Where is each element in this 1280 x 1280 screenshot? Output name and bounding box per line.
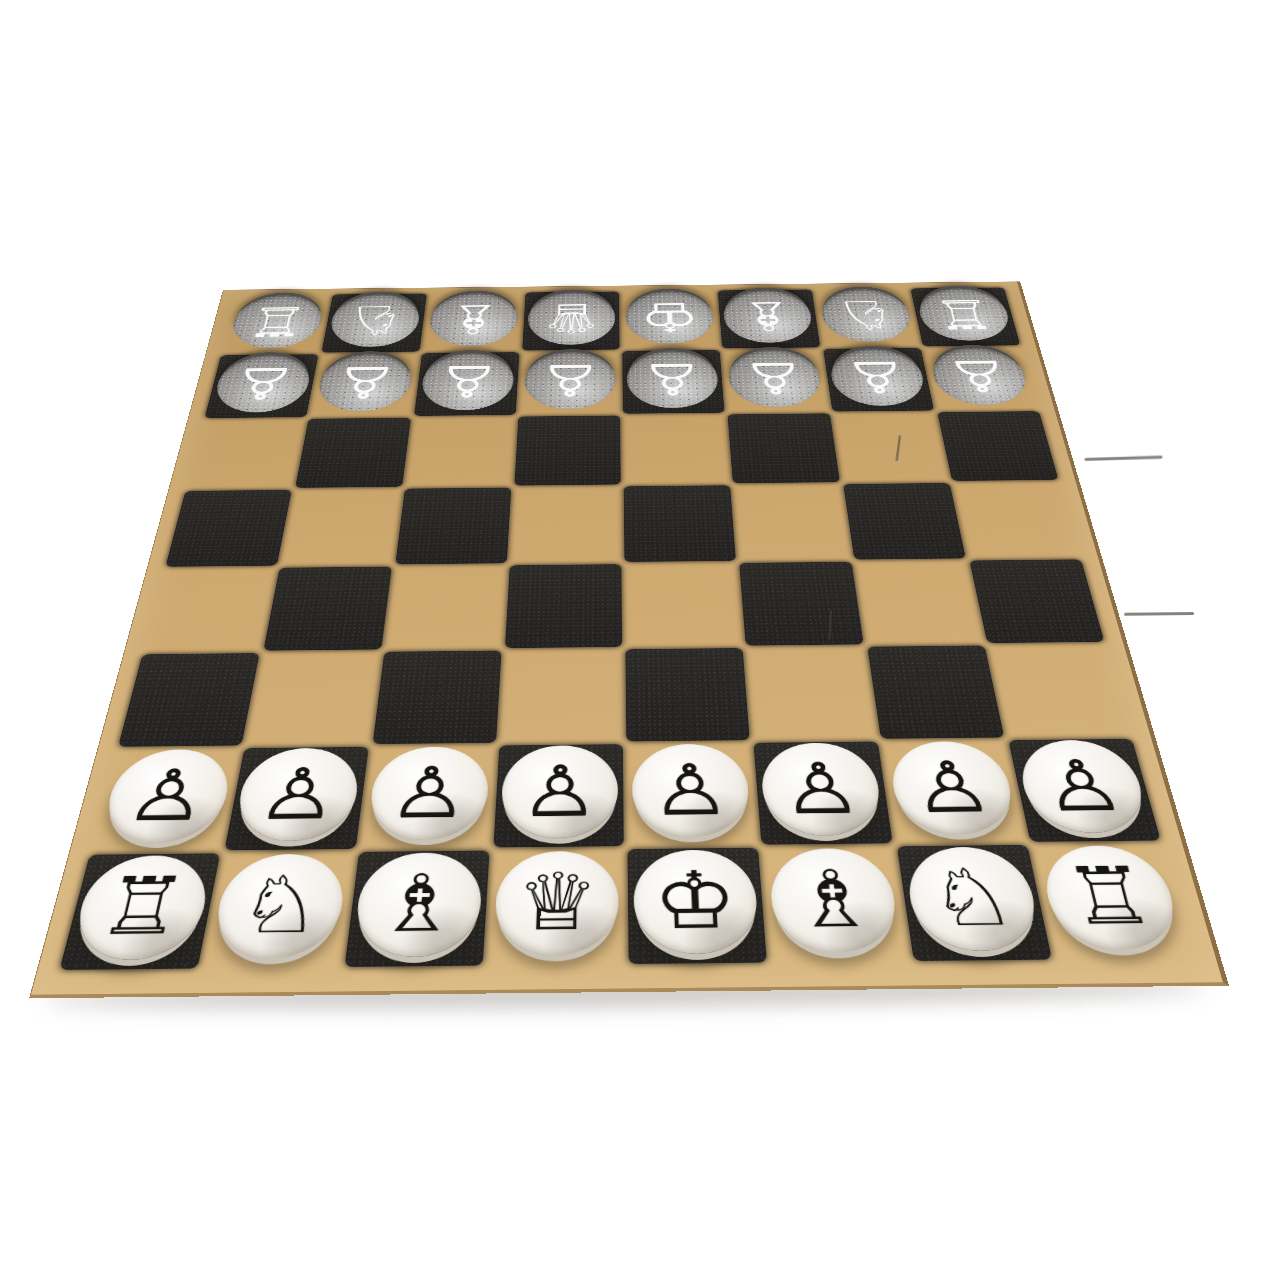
square-g5[interactable] xyxy=(843,483,966,559)
square-e6[interactable] xyxy=(622,414,732,486)
square-g7[interactable]: ♙ xyxy=(823,348,934,412)
square-g2[interactable]: ♙ xyxy=(879,739,1029,845)
square-a2[interactable]: ♙ xyxy=(88,747,243,854)
piece-black-rook-h8[interactable]: ♖ xyxy=(915,288,1015,341)
piece-white-pawn-h2[interactable]: ♙ xyxy=(1014,740,1153,834)
square-e8[interactable]: ♔ xyxy=(620,290,721,350)
pawn-icon: ♙ xyxy=(386,757,471,828)
piece-white-bishop-f1[interactable]: ♗ xyxy=(768,848,902,953)
square-a8[interactable]: ♖ xyxy=(220,294,332,355)
square-c1[interactable]: ♗ xyxy=(344,851,489,967)
square-a3[interactable] xyxy=(118,653,260,746)
piece-white-knight-b1[interactable]: ♘ xyxy=(210,853,349,958)
square-e5[interactable] xyxy=(624,485,736,561)
queen-icon: ♕ xyxy=(541,298,601,338)
square-g6[interactable] xyxy=(831,411,951,483)
pawn-icon: ♙ xyxy=(943,354,1015,398)
square-d2[interactable]: ♙ xyxy=(493,744,624,848)
piece-black-knight-b8[interactable]: ♘ xyxy=(327,294,422,347)
square-f7[interactable]: ♙ xyxy=(721,348,831,414)
piece-white-pawn-a2[interactable]: ♙ xyxy=(98,749,235,843)
king-icon: ♔ xyxy=(640,297,701,337)
square-b5[interactable] xyxy=(278,488,403,567)
square-d4[interactable] xyxy=(505,564,622,648)
photo-scene: ♖♘♗♕♔♗♘♖♙♙♙♙♙♙♙♙♙♙♙♙♙♙♙♙♖♘♗♕♔♗♘♖ xyxy=(0,0,1280,1280)
piece-white-pawn-d2[interactable]: ♙ xyxy=(499,745,618,839)
piece-black-pawn-b7[interactable]: ♙ xyxy=(315,354,415,412)
square-e2[interactable]: ♙ xyxy=(625,741,760,848)
square-d7[interactable]: ♙ xyxy=(517,350,622,416)
square-e3[interactable] xyxy=(625,648,749,741)
piece-black-knight-g8[interactable]: ♘ xyxy=(818,289,914,342)
pawn-icon: ♙ xyxy=(331,360,400,404)
square-c2[interactable]: ♙ xyxy=(357,744,498,851)
piece-black-pawn-f7[interactable]: ♙ xyxy=(727,349,824,407)
piece-black-pawn-g7[interactable]: ♙ xyxy=(827,348,928,406)
piece-black-pawn-e7[interactable]: ♙ xyxy=(627,350,720,408)
square-b1[interactable]: ♘ xyxy=(199,851,356,971)
pawn-icon: ♙ xyxy=(906,752,997,823)
piece-black-pawn-h7[interactable]: ♙ xyxy=(928,347,1033,405)
square-a6[interactable] xyxy=(184,418,307,490)
piece-white-pawn-e2[interactable]: ♙ xyxy=(632,744,752,838)
knight-icon: ♘ xyxy=(833,295,899,335)
square-d8[interactable]: ♕ xyxy=(522,292,619,351)
piece-white-knight-g1[interactable]: ♘ xyxy=(902,846,1043,951)
square-b2[interactable]: ♙ xyxy=(225,747,369,851)
knight-icon: ♘ xyxy=(923,858,1020,937)
square-f5[interactable] xyxy=(732,483,853,562)
scratch-mark xyxy=(1084,456,1162,461)
piece-black-pawn-a7[interactable]: ♙ xyxy=(210,355,314,413)
pawn-icon: ♙ xyxy=(120,760,215,831)
piece-white-rook-a1[interactable]: ♖ xyxy=(68,855,214,960)
piece-white-pawn-g2[interactable]: ♙ xyxy=(886,741,1019,835)
page-background: { "game": "chess", "scene_description": … xyxy=(0,0,1280,1280)
square-e4[interactable] xyxy=(623,562,744,649)
square-a1[interactable]: ♖ xyxy=(59,854,220,970)
square-h4[interactable] xyxy=(969,559,1104,643)
square-g8[interactable]: ♘ xyxy=(813,288,922,348)
piece-black-pawn-c7[interactable]: ♙ xyxy=(419,353,515,411)
king-icon: ♔ xyxy=(653,861,740,941)
rook-icon: ♖ xyxy=(243,301,311,341)
square-e7[interactable]: ♙ xyxy=(622,350,724,414)
square-c7[interactable]: ♙ xyxy=(414,352,519,416)
pawn-icon: ♙ xyxy=(538,358,601,402)
piece-black-bishop-f8[interactable]: ♗ xyxy=(722,290,815,343)
square-f2[interactable]: ♙ xyxy=(754,741,893,845)
square-c3[interactable] xyxy=(372,651,501,744)
piece-black-pawn-d7[interactable]: ♙ xyxy=(523,352,615,410)
square-f6[interactable] xyxy=(728,413,840,483)
piece-white-queen-d1[interactable]: ♕ xyxy=(493,850,619,955)
bishop-icon: ♗ xyxy=(788,860,880,939)
square-h2[interactable]: ♙ xyxy=(1008,739,1161,842)
square-g1[interactable]: ♘ xyxy=(896,845,1051,961)
square-c5[interactable] xyxy=(395,488,511,565)
square-d6[interactable] xyxy=(514,416,620,486)
pawn-icon: ♙ xyxy=(253,759,343,830)
square-h8[interactable]: ♖ xyxy=(910,288,1020,347)
square-h1[interactable]: ♖ xyxy=(1029,842,1197,961)
square-a4[interactable] xyxy=(141,566,278,653)
square-d5[interactable] xyxy=(508,485,623,564)
chess-board: ♖♘♗♕♔♗♘♖♙♙♙♙♙♙♙♙♙♙♙♙♙♙♙♙♖♘♗♕♔♗♘♖ xyxy=(29,281,1229,998)
pawn-icon: ♙ xyxy=(778,753,865,824)
pawn-icon: ♙ xyxy=(641,357,705,401)
piece-black-king-e8[interactable]: ♔ xyxy=(626,291,715,344)
rook-icon: ♖ xyxy=(91,867,192,947)
square-b3[interactable] xyxy=(243,651,382,747)
bishop-icon: ♗ xyxy=(442,299,505,339)
square-g3[interactable] xyxy=(867,646,1004,739)
pawn-icon: ♙ xyxy=(519,756,599,827)
pawn-icon: ♙ xyxy=(434,359,500,403)
square-d3[interactable] xyxy=(497,648,624,744)
knight-icon: ♘ xyxy=(342,300,408,340)
piece-white-pawn-b2[interactable]: ♙ xyxy=(232,748,363,842)
pawn-icon: ♙ xyxy=(742,356,809,400)
square-f4[interactable] xyxy=(739,562,863,646)
pawn-icon: ♙ xyxy=(227,362,299,406)
square-e1[interactable]: ♔ xyxy=(628,848,768,964)
square-a7[interactable]: ♙ xyxy=(205,354,319,418)
bishop-icon: ♗ xyxy=(736,296,800,336)
piece-white-pawn-c2[interactable]: ♙ xyxy=(366,746,490,840)
piece-black-bishop-c8[interactable]: ♗ xyxy=(427,293,519,346)
square-h6[interactable] xyxy=(937,411,1058,481)
square-f8[interactable]: ♗ xyxy=(718,290,820,349)
square-h3[interactable] xyxy=(986,643,1133,739)
rook-icon: ♖ xyxy=(930,294,999,334)
pawn-icon: ♙ xyxy=(843,355,912,399)
piece-white-rook-h1[interactable]: ♖ xyxy=(1037,845,1185,950)
piece-black-queen-d8[interactable]: ♕ xyxy=(527,292,616,345)
pawn-icon: ♙ xyxy=(650,755,732,826)
bishop-icon: ♗ xyxy=(373,864,464,944)
piece-black-rook-a8[interactable]: ♖ xyxy=(227,295,326,348)
board-squares: ♖♘♗♕♔♗♘♖♙♙♙♙♙♙♙♙♙♙♙♙♙♙♙♙♖♘♗♕♔♗♘♖ xyxy=(57,287,1197,972)
square-b7[interactable]: ♙ xyxy=(308,352,421,418)
piece-white-bishop-c1[interactable]: ♗ xyxy=(351,852,483,957)
square-a5[interactable] xyxy=(166,490,292,567)
square-c8[interactable]: ♗ xyxy=(420,292,524,352)
square-g4[interactable] xyxy=(853,559,986,645)
knight-icon: ♘ xyxy=(232,865,328,945)
square-d1[interactable]: ♕ xyxy=(484,848,626,967)
square-c6[interactable] xyxy=(403,416,517,488)
queen-icon: ♕ xyxy=(514,863,599,943)
rook-icon: ♖ xyxy=(1059,857,1162,936)
square-b6[interactable] xyxy=(295,418,410,488)
square-b8[interactable]: ♘ xyxy=(322,294,427,353)
square-c4[interactable] xyxy=(382,564,508,651)
pawn-icon: ♙ xyxy=(1034,751,1130,822)
square-h5[interactable] xyxy=(951,481,1082,559)
scratch-mark xyxy=(1124,612,1194,616)
piece-white-pawn-f2[interactable]: ♙ xyxy=(759,742,885,836)
square-b4[interactable] xyxy=(264,566,392,650)
square-f3[interactable] xyxy=(744,646,879,742)
square-f1[interactable]: ♗ xyxy=(760,845,912,964)
square-h7[interactable]: ♙ xyxy=(922,346,1041,412)
piece-white-king-e1[interactable]: ♔ xyxy=(633,849,760,954)
